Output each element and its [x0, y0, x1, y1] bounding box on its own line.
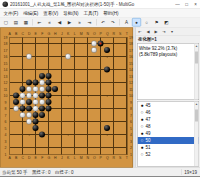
menu-bar: 文件(F)编辑(E)查看(V)导航(N)工具(T)帮助(H) [0, 9, 200, 18]
black-stone-E6[interactable] [33, 119, 39, 125]
black-stone-node-icon: ● [141, 103, 144, 108]
comment-line: (5.8k/789 playouts) [139, 51, 194, 57]
black-stone-tool-icon[interactable]: ● [132, 18, 141, 27]
menu-item-4[interactable]: 工具(T) [81, 9, 101, 17]
white-stone-tool-icon[interactable]: ○ [142, 18, 151, 27]
black-stone-B10[interactable] [13, 93, 19, 99]
tree-menu-icon[interactable]: ▾ [169, 28, 176, 35]
menu-item-0[interactable]: 文件(F) [1, 9, 21, 17]
white-stone-D10[interactable] [26, 93, 32, 99]
scrollbar-thumb[interactable] [195, 110, 198, 122]
coord-label-right-3: 3 [129, 139, 134, 144]
coord-label-right-12: 12 [129, 81, 134, 86]
white-stone-F11[interactable] [39, 86, 45, 92]
star-point [107, 134, 109, 136]
coord-label-right-16: 16 [129, 55, 134, 60]
app-window: 20161001_人机大战_第1局_围棋AI对决棋谱(1-50)手 - Mult… [0, 0, 200, 176]
white-stone-B8[interactable] [13, 106, 19, 112]
tree-next-icon[interactable]: ▶ [153, 28, 160, 35]
star-point [107, 95, 109, 97]
tree-node-move-49[interactable]: ●49 [138, 130, 199, 137]
black-stone-D9[interactable] [26, 99, 32, 105]
white-stone-D11[interactable] [26, 86, 32, 92]
coord-label-right-15: 15 [129, 61, 134, 66]
window-title: 20161001_人机大战_第1局_围棋AI对决棋谱(1-50)手 - Mult… [10, 1, 173, 8]
new-file-icon[interactable]: ▢ [2, 18, 11, 27]
comment-box[interactable]: White 92.2% (3.7k)(5.8k/789 playouts) ▲ [137, 43, 199, 100]
comment-text: White 92.2% (3.7k)(5.8k/789 playouts) [138, 44, 199, 59]
scrollbar-thumb[interactable] [195, 52, 198, 64]
coord-label-right-2: 2 [129, 146, 134, 151]
white-stone-D7[interactable] [26, 112, 32, 118]
game-tree-panel[interactable]: ●45○46●47○48●49○50●51○52 ▲ [137, 101, 199, 167]
white-stone-E10[interactable] [33, 93, 39, 99]
tree-node-number: 50 [146, 138, 151, 143]
title-bar: 20161001_人机大战_第1局_围棋AI对决棋谱(1-50)手 - Mult… [0, 0, 200, 9]
white-stone-node-icon: ○ [141, 152, 144, 157]
save-file-icon[interactable]: ▦ [22, 18, 31, 27]
white-stone-D6[interactable] [26, 119, 32, 125]
menu-item-3[interactable]: 导航(N) [61, 9, 81, 17]
redo-icon[interactable]: ↷ [109, 18, 118, 27]
tree-node-number: 49 [146, 131, 151, 136]
star-point [68, 95, 70, 97]
white-stone-C7[interactable] [20, 112, 26, 118]
menu-item-1[interactable]: 编辑(E) [21, 9, 41, 17]
toolbar: ▢▤▦⇤«◀▶»⇥↶↷A●○⚑◩ [0, 18, 200, 28]
coord-label-left-9: 9 [3, 100, 8, 105]
tree-node-move-51[interactable]: ●51 [138, 144, 199, 151]
black-stone-D12[interactable] [26, 80, 32, 86]
toolbar-separator [96, 19, 97, 26]
right-panel-toolbar: ⇤◀▶⇥▾ [136, 28, 200, 37]
black-stone-P18[interactable] [98, 41, 104, 47]
black-stone-C11[interactable] [20, 86, 26, 92]
black-stone-F4[interactable] [39, 132, 45, 138]
black-stone-G10[interactable] [46, 93, 52, 99]
right-panel: ⇤◀▶⇥▾ 变化图=1 White 92.2% (3.7k)(5.8k/789 … [136, 28, 200, 168]
coord-label-right-7: 7 [129, 113, 134, 118]
coord-label-left-12: 12 [3, 81, 8, 86]
tree-node-move-50[interactable]: ○50 [138, 137, 199, 144]
last-move-icon[interactable]: ⇥ [85, 18, 94, 27]
black-stone-F8[interactable] [39, 106, 45, 112]
black-stone-G12[interactable] [46, 80, 52, 86]
black-stone-F10[interactable] [39, 93, 45, 99]
coord-label-left-11: 11 [3, 87, 8, 92]
maximize-button[interactable]: □ [182, 1, 191, 9]
coord-label-right-13: 13 [129, 74, 134, 79]
white-stone-C9[interactable] [20, 99, 26, 105]
tree-node-number: 52 [146, 152, 151, 157]
black-stone-node-icon: ● [141, 117, 144, 122]
coord-label-left-2: 2 [3, 146, 8, 151]
white-stone-C10[interactable] [20, 93, 26, 99]
coord-label-left-19: 19 [3, 35, 8, 40]
black-stone-G11[interactable] [46, 86, 52, 92]
tree-prev-icon[interactable]: ◀ [145, 28, 152, 35]
tree-node-number: 48 [146, 124, 151, 129]
white-stone-O17[interactable] [91, 47, 97, 53]
undo-icon[interactable]: ↶ [99, 18, 108, 27]
coord-label-right-1: 1 [129, 152, 134, 157]
coord-label-right-11: 11 [129, 87, 134, 92]
black-stone-G9[interactable] [46, 99, 52, 105]
black-stone-E12[interactable] [33, 80, 39, 86]
coord-label-right-17: 17 [129, 48, 134, 53]
coord-label-left-18: 18 [3, 42, 8, 47]
black-stone-E5[interactable] [33, 125, 39, 131]
black-stone-E7[interactable] [33, 112, 39, 118]
star-point [29, 134, 31, 136]
tree-node-move-45[interactable]: ●45 [138, 102, 199, 109]
last-move-marker [100, 43, 102, 45]
white-stone-node-icon: ○ [141, 110, 144, 115]
tree-scrollbar[interactable]: ▲ [194, 102, 199, 167]
coord-label-right-5: 5 [129, 126, 134, 131]
star-point [107, 56, 109, 58]
tree-node-number: 46 [146, 110, 151, 115]
coord-label-right-10: 10 [129, 94, 134, 99]
black-stone-node-icon: ● [141, 145, 144, 150]
tree-node-move-46[interactable]: ○46 [138, 109, 199, 116]
black-stone-H11[interactable] [52, 86, 58, 92]
star-point [68, 134, 70, 136]
coord-label-left-17: 17 [3, 48, 8, 53]
fast-back-icon[interactable]: « [45, 18, 54, 27]
black-stone-Q5[interactable] [104, 125, 110, 131]
white-stone-O18[interactable] [91, 41, 97, 47]
variation-label: 变化图=1 [136, 36, 200, 43]
coord-label-left-7: 7 [3, 113, 8, 118]
tree-node-move-47[interactable]: ●47 [138, 116, 199, 123]
black-stone-G13[interactable] [46, 73, 52, 79]
tree-last-icon[interactable]: ⇥ [161, 28, 168, 35]
coord-label-right-6: 6 [129, 120, 134, 125]
tree-node-move-48[interactable]: ○48 [138, 123, 199, 130]
white-stone-E8[interactable] [33, 106, 39, 112]
fast-forward-icon[interactable]: » [75, 18, 84, 27]
white-stone-K16[interactable] [65, 54, 71, 60]
white-stone-F9[interactable] [39, 99, 45, 105]
tree-node-number: 45 [146, 103, 151, 108]
scroll-up-icon[interactable]: ▲ [195, 102, 199, 106]
label-tool-icon[interactable]: A [122, 18, 131, 27]
white-stone-node-icon: ○ [141, 124, 144, 129]
coord-label-top-T: T [124, 32, 131, 36]
main-area: AA1919BB1818CC1717DD1616EE1515FF1414GG13… [0, 28, 200, 168]
coord-label-left-14: 14 [3, 68, 8, 73]
coord-label-right-9: 9 [129, 100, 134, 105]
menu-item-5[interactable]: 帮助(H) [101, 9, 121, 17]
black-stone-Q14[interactable] [104, 67, 110, 73]
close-button[interactable]: × [191, 1, 200, 9]
coord-label-right-14: 14 [129, 68, 134, 73]
toolbar-separator [33, 19, 34, 26]
black-stone-F13[interactable] [39, 73, 45, 79]
menu-item-2[interactable]: 查看(V) [41, 9, 61, 17]
coord-label-left-16: 16 [3, 55, 8, 60]
black-stone-G8[interactable] [46, 106, 52, 112]
coord-label-right-4: 4 [129, 133, 134, 138]
black-stone-node-icon: ● [141, 131, 144, 136]
status-bar: 当前第 50 手 黑提子: 0 白提子: 0 19×19 [0, 168, 200, 177]
coord-label-left-3: 3 [3, 139, 8, 144]
coord-label-right-18: 18 [129, 42, 134, 47]
white-stone-E11[interactable] [33, 86, 39, 92]
coord-label-left-15: 15 [3, 61, 8, 66]
toolbar-separator [120, 19, 121, 26]
coord-label-left-1: 1 [3, 152, 8, 157]
coord-label-right-8: 8 [129, 107, 134, 112]
coord-label-right-19: 19 [129, 35, 134, 40]
open-file-icon[interactable]: ▤ [12, 18, 21, 27]
coord-label-left-8: 8 [3, 107, 8, 112]
go-board[interactable]: AA1919BB1818CC1717DD1616EE1515FF1414GG13… [0, 28, 133, 168]
status-text: 当前第 50 手 黑提子: 0 白提子: 0 [0, 169, 181, 176]
white-stone-D16[interactable] [26, 54, 32, 60]
first-move-icon[interactable]: ⇤ [35, 18, 44, 27]
black-stone-D8[interactable] [26, 106, 32, 112]
white-stone-F12[interactable] [39, 80, 45, 86]
tree-node-move-52[interactable]: ○52 [138, 151, 199, 158]
scroll-up-icon[interactable]: ▲ [195, 44, 199, 48]
board-view-icon[interactable]: ◩ [162, 18, 171, 27]
app-logo-icon [3, 2, 9, 8]
black-stone-F7[interactable] [39, 112, 45, 118]
black-stone-C8[interactable] [20, 106, 26, 112]
tree-node-number: 51 [146, 145, 151, 150]
next-move-icon[interactable]: ▶ [65, 18, 74, 27]
tree-node-number: 47 [146, 117, 151, 122]
minimize-button[interactable]: — [173, 1, 182, 9]
mark-tool-icon[interactable]: ⚑ [152, 18, 161, 27]
coord-label-left-4: 4 [3, 133, 8, 138]
coord-label-left-5: 5 [3, 126, 8, 131]
black-stone-B9[interactable] [13, 99, 19, 105]
white-stone-E9[interactable] [33, 99, 39, 105]
coord-label-left-13: 13 [3, 74, 8, 79]
board-size-indicator: 19×19 [181, 169, 200, 175]
black-stone-Q17[interactable] [104, 47, 110, 53]
comment-scrollbar[interactable]: ▲ [194, 44, 199, 100]
white-stone-node-icon: ○ [141, 138, 144, 143]
tree-first-icon[interactable]: ⇤ [137, 28, 144, 35]
coord-label-left-6: 6 [3, 120, 8, 125]
prev-move-icon[interactable]: ◀ [55, 18, 64, 27]
coord-label-left-10: 10 [3, 94, 8, 99]
